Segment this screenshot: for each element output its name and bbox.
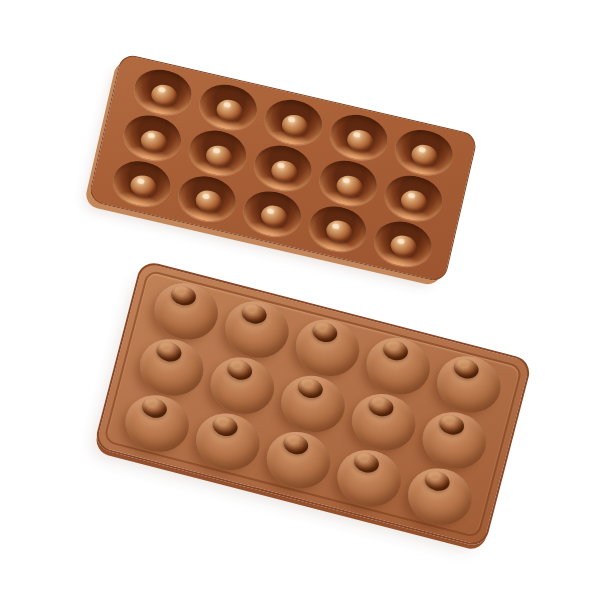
dome-dimple (296, 376, 325, 401)
bottom-mold-dome-grid (115, 274, 511, 534)
cavity-center-ball (204, 143, 234, 169)
mold-cavity (304, 201, 370, 257)
dome-dimple (225, 358, 254, 383)
top-mold-cavity-grid (105, 62, 462, 274)
photo-canvas (0, 0, 600, 600)
top-mold-tray (88, 53, 479, 283)
dome-dimple (211, 414, 240, 439)
dome-dimple (169, 283, 198, 308)
dome-dimple (422, 469, 451, 494)
cavity-center-ball (399, 188, 429, 214)
cavity-center-ball (259, 203, 289, 229)
cavity-center-ball (149, 82, 179, 108)
dome-dimple (381, 338, 410, 363)
mold-cavity (369, 216, 435, 272)
cavity-center-ball (410, 142, 440, 168)
dome-dimple (451, 356, 480, 381)
dome-dimple (366, 394, 395, 419)
dome-dimple (437, 412, 466, 437)
dome-dimple (155, 340, 184, 365)
bottom-mold-tray (93, 260, 533, 549)
cavity-center-ball (128, 173, 158, 199)
cavity-center-ball (193, 188, 223, 214)
dome-dimple (281, 432, 310, 457)
cavity-center-ball (389, 233, 419, 259)
cavity-center-ball (334, 173, 364, 199)
cavity-center-ball (269, 158, 299, 184)
cavity-center-ball (214, 97, 244, 123)
cavity-center-ball (324, 218, 354, 244)
cavity-center-ball (345, 127, 375, 153)
dome-dimple (310, 320, 339, 345)
dome-dimple (352, 450, 381, 475)
cavity-center-ball (139, 128, 169, 154)
dome-dimple (140, 396, 169, 421)
cavity-center-ball (280, 112, 310, 138)
dome-dimple (240, 302, 269, 327)
